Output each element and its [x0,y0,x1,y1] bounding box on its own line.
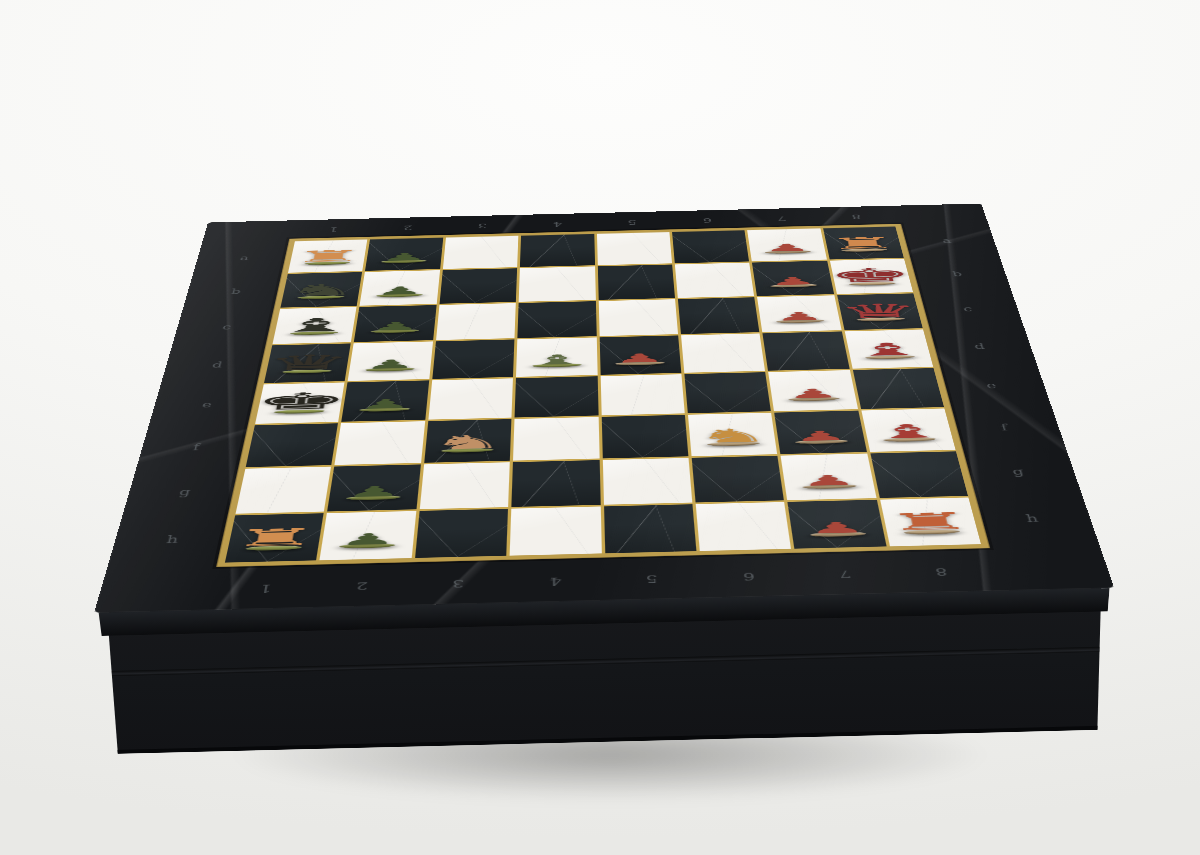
pawn-glyph: ♟ [763,242,812,253]
queen-glyph: ♛ [836,301,922,321]
board-and-case: 1122334455667788aabbccddeeffgghh ♜♞♝♛♚♜♞… [0,0,1200,855]
board-plane: 1122334455667788aabbccddeeffgghh ♜♞♝♛♚♜♞… [94,204,1114,613]
king-glyph: ♚ [826,265,915,285]
pawn-glyph: ♟ [614,352,666,365]
file-label-left-h: h [152,534,192,546]
rank-label-front-7: 7 [825,568,866,581]
square-h8[interactable] [880,497,981,546]
rank-label-back-3: 3 [467,222,498,230]
rank-label-back-6: 6 [692,217,723,225]
square-b5[interactable] [597,265,674,300]
file-label-left-d: d [199,360,235,370]
rank-label-front-4: 4 [536,575,575,588]
rank-label-front-3: 3 [439,577,479,590]
square-d3[interactable] [432,340,514,379]
perspective-camera: 1122334455667788aabbccddeeffgghh ♜♞♝♛♚♜♞… [0,0,1200,855]
square-e4[interactable] [515,376,598,417]
square-h3[interactable] [415,509,508,559]
file-label-left-f: f [177,442,215,453]
square-g7[interactable] [781,454,876,500]
pawn-glyph: ♟ [768,275,818,286]
square-h4[interactable] [510,506,602,556]
rank-label-back-5: 5 [617,218,648,226]
square-a4[interactable] [520,234,595,267]
file-label-left-g: g [165,486,204,497]
piece-green-pawn-d2[interactable]: ♟ [342,335,440,372]
piece-red-pawn-c7[interactable]: ♟ [750,289,847,324]
rank-label-back-1: 1 [318,226,349,234]
pawn-glyph: ♟ [375,285,425,296]
pawn-glyph: ♟ [364,358,417,371]
file-label-left-a: a [228,254,261,262]
square-h6[interactable] [696,502,792,551]
pawn-glyph: ♟ [380,251,428,262]
square-g2[interactable] [328,465,421,512]
file-label-right-g: g [998,466,1038,477]
square-f5[interactable] [601,415,688,459]
file-label-right-h: h [1012,513,1053,525]
rank-label-back-2: 2 [392,224,423,232]
rank-label-front-6: 6 [728,570,768,583]
square-c3[interactable] [436,303,516,340]
piece-red-pawn-b7[interactable]: ♟ [745,255,839,288]
square-a5[interactable] [597,232,672,265]
piece-green-pawn-b2[interactable]: ♟ [354,264,447,297]
file-label-right-f: f [985,422,1023,433]
square-h2[interactable] [320,511,416,561]
square-b6[interactable] [675,263,754,298]
rank-label-front-8: 8 [921,565,963,578]
square-f1[interactable] [246,423,339,467]
file-label-right-c: c [950,305,985,314]
square-g6[interactable] [692,456,785,502]
file-label-left-c: c [209,323,244,332]
rank-label-front-1: 1 [245,582,286,595]
bishop-glyph: ♝ [850,340,928,358]
rank-label-back-8: 8 [841,213,873,221]
frame-labels: 1122334455667788aabbccddeeffgghh [208,204,981,223]
square-h7[interactable] [788,500,887,549]
square-g3[interactable] [420,462,510,509]
bishop-glyph: ♝ [274,316,356,335]
file-label-left-e: e [189,400,226,410]
square-b4[interactable] [519,267,596,302]
piece-green-pawn-c2[interactable]: ♟ [348,299,443,334]
square-g1[interactable] [236,467,332,514]
rank-label-front-5: 5 [632,572,672,585]
square-a3[interactable] [443,236,519,269]
square-d6[interactable] [681,334,765,373]
square-h5[interactable] [603,504,696,553]
queen-glyph: ♛ [263,352,353,373]
square-h1[interactable] [225,513,324,563]
piece-green-pawn-a2[interactable]: ♟ [360,232,450,264]
board-edge-face [99,588,1110,636]
square-e5[interactable] [600,374,684,415]
rank-label-back-7: 7 [766,215,797,223]
pawn-glyph: ♟ [370,320,421,332]
file-label-right-a: a [930,237,963,245]
rook-glyph: ♜ [291,248,365,265]
file-label-left-b: b [219,287,253,296]
square-g4[interactable] [511,460,600,507]
square-c6[interactable] [678,297,760,334]
photo-scene: 1122334455667788aabbccddeeffgghh ♜♞♝♛♚♜♞… [0,0,1200,855]
piece-green-bishop-d4[interactable]: ♝ [509,331,604,368]
square-b3[interactable] [439,268,517,303]
rank-label-front-2: 2 [342,580,382,593]
knight-glyph: ♞ [284,282,359,299]
rank-label-back-4: 4 [542,220,572,228]
square-f4[interactable] [513,417,599,461]
rook-glyph: ♜ [826,235,901,251]
file-label-right-b: b [940,270,974,278]
piece-red-pawn-d5[interactable]: ♟ [592,329,688,366]
square-g5[interactable] [602,458,692,504]
file-label-right-d: d [961,342,997,351]
file-label-right-e: e [973,381,1010,391]
piece-red-pawn-a7[interactable]: ♟ [740,223,832,255]
pawn-glyph: ♟ [774,311,826,323]
piece-red-bishop-d8[interactable]: ♝ [836,323,938,360]
bishop-glyph: ♝ [528,353,585,367]
square-a6[interactable] [672,230,749,263]
square-g8[interactable] [870,451,968,497]
